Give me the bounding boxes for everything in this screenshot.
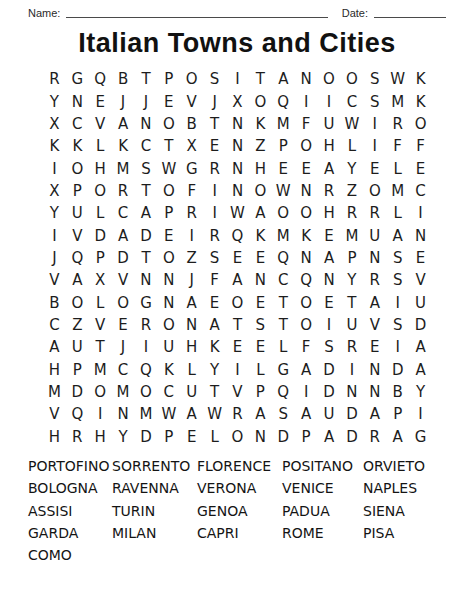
grid-cell-r16c9[interactable]: R [226, 403, 249, 425]
grid-cell-r4c9[interactable]: N [226, 135, 249, 157]
grid-cell-r1c10[interactable]: T [249, 68, 272, 90]
grid-cell-r15c2[interactable]: D [66, 381, 89, 403]
grid-cell-r3c11[interactable]: M [272, 113, 295, 135]
grid-cell-r9c14[interactable]: P [340, 247, 363, 269]
grid-cell-r15c1[interactable]: M [43, 381, 66, 403]
grid-cell-r17c4[interactable]: Y [112, 426, 135, 448]
grid-cell-r17c11[interactable]: D [272, 426, 295, 448]
grid-cell-r2c4[interactable]: J [112, 90, 135, 112]
grid-cell-r5c13[interactable]: A [318, 157, 341, 179]
grid-cell-r8c6[interactable]: E [157, 224, 180, 246]
grid-cell-r1c3[interactable]: Q [89, 68, 112, 90]
grid-cell-r3c13[interactable]: U [318, 113, 341, 135]
grid-cell-r15c9[interactable]: V [226, 381, 249, 403]
grid-cell-r9c7[interactable]: Z [180, 247, 203, 269]
word-item: ORVIETO [363, 455, 474, 477]
grid-cell-r14c2[interactable]: P [66, 358, 89, 380]
grid-cell-r11c9[interactable]: O [226, 291, 249, 313]
grid-cell-r2c8[interactable]: J [203, 90, 226, 112]
grid-cell-r16c16[interactable]: P [386, 403, 409, 425]
grid-cell-r11c12[interactable]: O [295, 291, 318, 313]
grid-cell-r6c12[interactable]: N [295, 180, 318, 202]
grid-cell-r16c15[interactable]: A [363, 403, 386, 425]
grid-cell-r16c17[interactable]: I [409, 403, 432, 425]
grid-cell-r1c15[interactable]: S [363, 68, 386, 90]
grid-cell-r17c14[interactable]: D [340, 426, 363, 448]
grid-cell-r8c12[interactable]: K [295, 224, 318, 246]
grid-cell-r10c17[interactable]: V [409, 269, 432, 291]
grid-cell-r16c14[interactable]: D [340, 403, 363, 425]
grid-cell-r7c5[interactable]: A [135, 202, 158, 224]
grid-cell-r6c5[interactable]: T [135, 180, 158, 202]
grid-cell-r11c14[interactable]: T [340, 291, 363, 313]
grid-cell-r5c3[interactable]: H [89, 157, 112, 179]
grid-cell-r5c10[interactable]: H [249, 157, 272, 179]
grid-cell-r7c17[interactable]: I [409, 202, 432, 224]
word-item: SIENA [363, 499, 474, 521]
grid-cell-r15c11[interactable]: Q [272, 381, 295, 403]
grid-cell-r4c13[interactable]: H [318, 135, 341, 157]
grid-cell-r11c13[interactable]: E [318, 291, 341, 313]
grid-cell-r3c6[interactable]: O [157, 113, 180, 135]
grid-cell-r12c9[interactable]: T [226, 314, 249, 336]
grid-cell-r7c1[interactable]: Y [43, 202, 66, 224]
grid-cell-r3c17[interactable]: O [409, 113, 432, 135]
grid-cell-r16c12[interactable]: A [295, 403, 318, 425]
grid-cell-r14c15[interactable]: N [363, 358, 386, 380]
grid-cell-r13c17[interactable]: A [409, 336, 432, 358]
grid-cell-r5c14[interactable]: Y [340, 157, 363, 179]
grid-cell-r2c7[interactable]: V [180, 90, 203, 112]
grid-cell-r6c17[interactable]: C [409, 180, 432, 202]
grid-cell-r1c16[interactable]: W [386, 68, 409, 90]
grid-cell-r9c5[interactable]: T [135, 247, 158, 269]
worksheet-page: Name: Date: Italian Towns and Cities RGQ… [0, 0, 474, 613]
grid-cell-r16c1[interactable]: V [43, 403, 66, 425]
grid-cell-r1c4[interactable]: B [112, 68, 135, 90]
grid-cell-r15c7[interactable]: U [180, 381, 203, 403]
grid-cell-r5c6[interactable]: W [157, 157, 180, 179]
grid-cell-r8c3[interactable]: D [89, 224, 112, 246]
grid-cell-r10c16[interactable]: S [386, 269, 409, 291]
grid-cell-r15c15[interactable]: N [363, 381, 386, 403]
grid-cell-r1c12[interactable]: N [295, 68, 318, 90]
grid-cell-r17c1[interactable]: H [43, 426, 66, 448]
grid-cell-r10c1[interactable]: V [43, 269, 66, 291]
grid-cell-r14c13[interactable]: D [318, 358, 341, 380]
grid-cell-r10c12[interactable]: Q [295, 269, 318, 291]
grid-cell-r5c1[interactable]: I [43, 157, 66, 179]
grid-cell-r15c6[interactable]: C [157, 381, 180, 403]
grid-cell-r13c9[interactable]: E [226, 336, 249, 358]
grid-cell-r13c11[interactable]: L [272, 336, 295, 358]
grid-cell-r4c7[interactable]: X [180, 135, 203, 157]
grid-cell-r13c1[interactable]: A [43, 336, 66, 358]
grid-cell-r15c4[interactable]: M [112, 381, 135, 403]
grid-cell-r14c8[interactable]: Y [203, 358, 226, 380]
grid-cell-r13c2[interactable]: U [66, 336, 89, 358]
grid-cell-r15c8[interactable]: T [203, 381, 226, 403]
grid-cell-r9c3[interactable]: P [89, 247, 112, 269]
grid-cell-r12c2[interactable]: Z [66, 314, 89, 336]
grid-cell-r1c1[interactable]: R [43, 68, 66, 90]
grid-cell-r11c6[interactable]: N [157, 291, 180, 313]
grid-cell-r5c11[interactable]: E [272, 157, 295, 179]
grid-cell-r7c3[interactable]: L [89, 202, 112, 224]
grid-cell-r3c12[interactable]: F [295, 113, 318, 135]
grid-cell-r17c13[interactable]: A [318, 426, 341, 448]
grid-cell-r14c9[interactable]: I [226, 358, 249, 380]
grid-cell-r6c2[interactable]: P [66, 180, 89, 202]
grid-cell-r10c5[interactable]: N [135, 269, 158, 291]
grid-cell-r12c15[interactable]: V [363, 314, 386, 336]
grid-cell-r12c17[interactable]: D [409, 314, 432, 336]
grid-cell-r9c2[interactable]: Q [66, 247, 89, 269]
grid-cell-r12c13[interactable]: I [318, 314, 341, 336]
grid-cell-r12c14[interactable]: U [340, 314, 363, 336]
grid-cell-r12c10[interactable]: S [249, 314, 272, 336]
grid-cell-r16c8[interactable]: W [203, 403, 226, 425]
word-item: GENOA [197, 499, 282, 521]
grid-cell-r2c1[interactable]: Y [43, 90, 66, 112]
grid-cell-r5c5[interactable]: S [135, 157, 158, 179]
grid-cell-r12c6[interactable]: O [157, 314, 180, 336]
grid-cell-r2c11[interactable]: Q [272, 90, 295, 112]
grid-cell-r13c13[interactable]: S [318, 336, 341, 358]
grid-cell-r10c9[interactable]: A [226, 269, 249, 291]
grid-cell-r4c17[interactable]: F [409, 135, 432, 157]
grid-cell-r8c4[interactable]: A [112, 224, 135, 246]
grid-cell-r2c2[interactable]: N [66, 90, 89, 112]
grid-cell-r17c9[interactable]: O [226, 426, 249, 448]
grid-cell-r1c14[interactable]: O [340, 68, 363, 90]
grid-cell-r14c11[interactable]: G [272, 358, 295, 380]
grid-cell-r10c13[interactable]: N [318, 269, 341, 291]
grid-cell-r15c3[interactable]: O [89, 381, 112, 403]
grid-cell-r17c6[interactable]: P [157, 426, 180, 448]
grid-cell-r10c7[interactable]: J [180, 269, 203, 291]
grid-cell-r17c3[interactable]: H [89, 426, 112, 448]
grid-cell-r16c4[interactable]: N [112, 403, 135, 425]
grid-cell-r7c10[interactable]: A [249, 202, 272, 224]
grid-cell-r8c7[interactable]: I [180, 224, 203, 246]
grid-cell-r16c5[interactable]: M [135, 403, 158, 425]
grid-cell-r4c2[interactable]: K [66, 135, 89, 157]
grid-cell-r11c10[interactable]: E [249, 291, 272, 313]
grid-cell-r7c16[interactable]: L [386, 202, 409, 224]
grid-cell-r12c7[interactable]: N [180, 314, 203, 336]
grid-cell-r11c4[interactable]: O [112, 291, 135, 313]
grid-cell-r5c12[interactable]: E [295, 157, 318, 179]
grid-cell-r2c6[interactable]: E [157, 90, 180, 112]
grid-cell-r9c8[interactable]: S [203, 247, 226, 269]
grid-cell-r9c12[interactable]: N [295, 247, 318, 269]
grid-cell-r1c7[interactable]: O [180, 68, 203, 90]
grid-cell-r10c14[interactable]: Y [340, 269, 363, 291]
grid-cell-r7c6[interactable]: P [157, 202, 180, 224]
grid-cell-r9c16[interactable]: S [386, 247, 409, 269]
grid-cell-r3c3[interactable]: V [89, 113, 112, 135]
grid-cell-r1c2[interactable]: G [66, 68, 89, 90]
grid-cell-r4c15[interactable]: I [363, 135, 386, 157]
grid-cell-r15c12[interactable]: I [295, 381, 318, 403]
grid-cell-r3c14[interactable]: W [340, 113, 363, 135]
grid-cell-r3c1[interactable]: X [43, 113, 66, 135]
grid-cell-r2c3[interactable]: E [89, 90, 112, 112]
grid-cell-r12c16[interactable]: S [386, 314, 409, 336]
grid-cell-r6c11[interactable]: W [272, 180, 295, 202]
grid-cell-r10c6[interactable]: N [157, 269, 180, 291]
grid-cell-r13c5[interactable]: I [135, 336, 158, 358]
grid-cell-r8c15[interactable]: U [363, 224, 386, 246]
grid-cell-r4c8[interactable]: E [203, 135, 226, 157]
grid-cell-r3c2[interactable]: C [66, 113, 89, 135]
grid-cell-r16c2[interactable]: Q [66, 403, 89, 425]
grid-cell-r15c14[interactable]: N [340, 381, 363, 403]
grid-cell-r17c7[interactable]: E [180, 426, 203, 448]
grid-cell-r4c12[interactable]: O [295, 135, 318, 157]
grid-cell-r17c17[interactable]: G [409, 426, 432, 448]
grid-cell-r13c16[interactable]: I [386, 336, 409, 358]
grid-cell-r3c5[interactable]: N [135, 113, 158, 135]
grid-cell-r4c14[interactable]: L [340, 135, 363, 157]
grid-cell-r2c16[interactable]: M [386, 90, 409, 112]
grid-cell-r14c14[interactable]: I [340, 358, 363, 380]
grid-cell-r4c3[interactable]: L [89, 135, 112, 157]
grid-cell-r7c14[interactable]: R [340, 202, 363, 224]
grid-cell-r3c9[interactable]: N [226, 113, 249, 135]
grid-cell-r1c9[interactable]: I [226, 68, 249, 90]
name-input-line[interactable] [66, 5, 327, 18]
grid-cell-r15c5[interactable]: O [135, 381, 158, 403]
grid-cell-r6c16[interactable]: M [386, 180, 409, 202]
grid-cell-r14c1[interactable]: H [43, 358, 66, 380]
grid-cell-r16c10[interactable]: A [249, 403, 272, 425]
grid-cell-r12c8[interactable]: A [203, 314, 226, 336]
grid-cell-r13c10[interactable]: E [249, 336, 272, 358]
grid-cell-r6c14[interactable]: Z [340, 180, 363, 202]
grid-cell-r6c10[interactable]: O [249, 180, 272, 202]
grid-cell-r9c4[interactable]: D [112, 247, 135, 269]
grid-cell-r3c16[interactable]: R [386, 113, 409, 135]
grid-cell-r3c15[interactable]: I [363, 113, 386, 135]
grid-cell-r16c6[interactable]: W [157, 403, 180, 425]
grid-cell-r7c12[interactable]: O [295, 202, 318, 224]
grid-cell-r1c8[interactable]: S [203, 68, 226, 90]
grid-cell-r8c5[interactable]: D [135, 224, 158, 246]
grid-cell-r3c10[interactable]: K [249, 113, 272, 135]
grid-cell-r9c17[interactable]: E [409, 247, 432, 269]
grid-cell-r7c8[interactable]: I [203, 202, 226, 224]
grid-cell-r1c11[interactable]: A [272, 68, 295, 90]
grid-cell-r9c15[interactable]: N [363, 247, 386, 269]
grid-cell-r6c8[interactable]: I [203, 180, 226, 202]
grid-cell-r1c17[interactable]: K [409, 68, 432, 90]
grid-cell-r4c10[interactable]: Z [249, 135, 272, 157]
grid-cell-r6c9[interactable]: N [226, 180, 249, 202]
grid-cell-r12c12[interactable]: O [295, 314, 318, 336]
grid-cell-r9c10[interactable]: E [249, 247, 272, 269]
grid-cell-r12c3[interactable]: V [89, 314, 112, 336]
grid-cell-r7c13[interactable]: H [318, 202, 341, 224]
grid-cell-r4c6[interactable]: T [157, 135, 180, 157]
grid-cell-r2c10[interactable]: O [249, 90, 272, 112]
grid-cell-r8c11[interactable]: M [272, 224, 295, 246]
grid-cell-r9c9[interactable]: E [226, 247, 249, 269]
grid-cell-r13c6[interactable]: U [157, 336, 180, 358]
grid-cell-r8c14[interactable]: M [340, 224, 363, 246]
grid-cell-r12c11[interactable]: T [272, 314, 295, 336]
grid-cell-r14c4[interactable]: C [112, 358, 135, 380]
grid-cell-r11c7[interactable]: A [180, 291, 203, 313]
grid-cell-r7c2[interactable]: U [66, 202, 89, 224]
grid-cell-r13c7[interactable]: H [180, 336, 203, 358]
grid-cell-r8c17[interactable]: N [409, 224, 432, 246]
grid-cell-r5c15[interactable]: E [363, 157, 386, 179]
grid-cell-r6c6[interactable]: O [157, 180, 180, 202]
grid-cell-r8c1[interactable]: I [43, 224, 66, 246]
grid-cell-r11c5[interactable]: G [135, 291, 158, 313]
grid-cell-r11c3[interactable]: L [89, 291, 112, 313]
grid-cell-r8c2[interactable]: V [66, 224, 89, 246]
grid-cell-r16c11[interactable]: S [272, 403, 295, 425]
grid-cell-r15c13[interactable]: D [318, 381, 341, 403]
grid-cell-r1c6[interactable]: P [157, 68, 180, 90]
grid-cell-r5c8[interactable]: R [203, 157, 226, 179]
grid-cell-r13c12[interactable]: F [295, 336, 318, 358]
grid-cell-r2c9[interactable]: X [226, 90, 249, 112]
grid-cell-r2c14[interactable]: C [340, 90, 363, 112]
grid-cell-r15c17[interactable]: Y [409, 381, 432, 403]
word-item: MILAN [112, 522, 197, 544]
grid-cell-r7c4[interactable]: C [112, 202, 135, 224]
grid-cell-r12c1[interactable]: C [43, 314, 66, 336]
grid-cell-r16c13[interactable]: U [318, 403, 341, 425]
grid-cell-r13c8[interactable]: K [203, 336, 226, 358]
grid-cell-r10c15[interactable]: R [363, 269, 386, 291]
grid-cell-r2c13[interactable]: I [318, 90, 341, 112]
grid-cell-r9c6[interactable]: O [157, 247, 180, 269]
grid-cell-r16c7[interactable]: A [180, 403, 203, 425]
grid-cell-r11c1[interactable]: B [43, 291, 66, 313]
grid-cell-r3c4[interactable]: A [112, 113, 135, 135]
grid-cell-r16c3[interactable]: I [89, 403, 112, 425]
grid-cell-r5c16[interactable]: L [386, 157, 409, 179]
name-label: Name: [28, 7, 60, 19]
grid-cell-r17c12[interactable]: P [295, 426, 318, 448]
grid-cell-r17c16[interactable]: A [386, 426, 409, 448]
grid-cell-r11c11[interactable]: T [272, 291, 295, 313]
grid-cell-r3c8[interactable]: T [203, 113, 226, 135]
grid-cell-r6c4[interactable]: R [112, 180, 135, 202]
grid-cell-r14c10[interactable]: L [249, 358, 272, 380]
grid-cell-r1c5[interactable]: T [135, 68, 158, 90]
grid-cell-r11c8[interactable]: E [203, 291, 226, 313]
grid-cell-r6c7[interactable]: F [180, 180, 203, 202]
grid-cell-r10c3[interactable]: X [89, 269, 112, 291]
grid-cell-r5c7[interactable]: G [180, 157, 203, 179]
grid-cell-r9c11[interactable]: Q [272, 247, 295, 269]
grid-cell-r13c14[interactable]: R [340, 336, 363, 358]
grid-cell-r14c12[interactable]: A [295, 358, 318, 380]
grid-cell-r10c8[interactable]: F [203, 269, 226, 291]
grid-cell-r13c15[interactable]: E [363, 336, 386, 358]
grid-cell-r10c4[interactable]: V [112, 269, 135, 291]
grid-cell-r8c9[interactable]: Q [226, 224, 249, 246]
grid-cell-r11c17[interactable]: U [409, 291, 432, 313]
grid-cell-r12c5[interactable]: R [135, 314, 158, 336]
grid-cell-r14c5[interactable]: Q [135, 358, 158, 380]
grid-cell-r14c6[interactable]: K [157, 358, 180, 380]
grid-cell-r8c13[interactable]: E [318, 224, 341, 246]
grid-cell-r7c9[interactable]: W [226, 202, 249, 224]
grid-cell-r7c11[interactable]: O [272, 202, 295, 224]
grid-cell-r17c5[interactable]: D [135, 426, 158, 448]
grid-cell-r11c16[interactable]: I [386, 291, 409, 313]
grid-cell-r7c7[interactable]: R [180, 202, 203, 224]
grid-cell-r14c3[interactable]: M [89, 358, 112, 380]
grid-cell-r2c17[interactable]: K [409, 90, 432, 112]
grid-cell-r13c4[interactable]: J [112, 336, 135, 358]
grid-cell-r5c4[interactable]: M [112, 157, 135, 179]
grid-cell-r10c10[interactable]: N [249, 269, 272, 291]
grid-cell-r6c1[interactable]: X [43, 180, 66, 202]
grid-cell-r4c4[interactable]: K [112, 135, 135, 157]
grid-cell-r5c2[interactable]: O [66, 157, 89, 179]
word-item: PADUA [282, 499, 363, 521]
grid-cell-r8c8[interactable]: R [203, 224, 226, 246]
grid-cell-r11c2[interactable]: O [66, 291, 89, 313]
grid-cell-r6c3[interactable]: O [89, 180, 112, 202]
grid-cell-r14c17[interactable]: A [409, 358, 432, 380]
grid-cell-r14c7[interactable]: L [180, 358, 203, 380]
grid-cell-r15c10[interactable]: P [249, 381, 272, 403]
grid-cell-r14c16[interactable]: D [386, 358, 409, 380]
grid-cell-r1c13[interactable]: O [318, 68, 341, 90]
grid-cell-r13c3[interactable]: T [89, 336, 112, 358]
grid-cell-r3c7[interactable]: B [180, 113, 203, 135]
grid-cell-r17c15[interactable]: R [363, 426, 386, 448]
grid-cell-r4c5[interactable]: C [135, 135, 158, 157]
grid-cell-r6c13[interactable]: R [318, 180, 341, 202]
grid-cell-r4c11[interactable]: P [272, 135, 295, 157]
grid-cell-r8c16[interactable]: A [386, 224, 409, 246]
grid-cell-r4c1[interactable]: K [43, 135, 66, 157]
grid-cell-r17c10[interactable]: N [249, 426, 272, 448]
grid-cell-r4c16[interactable]: F [386, 135, 409, 157]
grid-cell-r9c1[interactable]: J [43, 247, 66, 269]
grid-cell-r17c8[interactable]: L [203, 426, 226, 448]
word-item: COMO [28, 544, 112, 566]
grid-cell-r11c15[interactable]: A [363, 291, 386, 313]
date-input-line[interactable] [374, 5, 446, 18]
grid-cell-r10c11[interactable]: C [272, 269, 295, 291]
grid-cell-r2c15[interactable]: S [363, 90, 386, 112]
grid-cell-r15c16[interactable]: B [386, 381, 409, 403]
grid-cell-r17c2[interactable]: R [66, 426, 89, 448]
grid-cell-r2c5[interactable]: J [135, 90, 158, 112]
grid-cell-r2c12[interactable]: I [295, 90, 318, 112]
grid-cell-r8c10[interactable]: K [249, 224, 272, 246]
grid-cell-r9c13[interactable]: A [318, 247, 341, 269]
grid-cell-r7c15[interactable]: R [363, 202, 386, 224]
grid-cell-r12c4[interactable]: E [112, 314, 135, 336]
grid-cell-r5c9[interactable]: N [226, 157, 249, 179]
grid-cell-r6c15[interactable]: O [363, 180, 386, 202]
grid-cell-r10c2[interactable]: A [66, 269, 89, 291]
grid-cell-r5c17[interactable]: E [409, 157, 432, 179]
word-item: ASSISI [28, 499, 112, 521]
